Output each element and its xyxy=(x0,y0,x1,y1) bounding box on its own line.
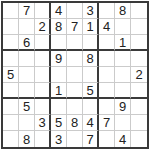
sudoku-cell[interactable] xyxy=(131,99,147,115)
sudoku-cell[interactable]: 4 xyxy=(115,131,131,147)
sudoku-cell[interactable] xyxy=(19,83,35,99)
sudoku-cell[interactable]: 9 xyxy=(51,51,67,67)
sudoku-cell[interactable]: 7 xyxy=(19,3,35,19)
sudoku-cell[interactable] xyxy=(115,115,131,131)
sudoku-cell[interactable] xyxy=(67,99,83,115)
sudoku-cell[interactable] xyxy=(3,115,19,131)
sudoku-cell[interactable] xyxy=(19,19,35,35)
sudoku-cell[interactable] xyxy=(115,19,131,35)
sudoku-cell[interactable]: 4 xyxy=(83,115,99,131)
sudoku-cell[interactable] xyxy=(35,131,51,147)
sudoku-cell[interactable] xyxy=(35,3,51,19)
sudoku-cell[interactable] xyxy=(3,51,19,67)
sudoku-cell[interactable]: 8 xyxy=(51,19,67,35)
sudoku-cell[interactable] xyxy=(35,83,51,99)
sudoku-cell[interactable]: 8 xyxy=(67,115,83,131)
sudoku-cell[interactable] xyxy=(83,99,99,115)
sudoku-cell[interactable]: 4 xyxy=(99,19,115,35)
sudoku-cell[interactable] xyxy=(51,99,67,115)
sudoku-cell[interactable] xyxy=(67,67,83,83)
sudoku-cell[interactable]: 7 xyxy=(83,131,99,147)
sudoku-cell[interactable]: 8 xyxy=(19,131,35,147)
sudoku-cell[interactable]: 8 xyxy=(115,3,131,19)
sudoku-cell[interactable] xyxy=(99,99,115,115)
sudoku-cell[interactable] xyxy=(35,35,51,51)
sudoku-cell[interactable]: 3 xyxy=(83,3,99,19)
sudoku-cell[interactable] xyxy=(131,131,147,147)
sudoku-cell[interactable]: 5 xyxy=(19,99,35,115)
sudoku-cell[interactable] xyxy=(67,51,83,67)
sudoku-cell[interactable] xyxy=(99,131,115,147)
sudoku-cell[interactable]: 5 xyxy=(3,67,19,83)
sudoku-cell[interactable] xyxy=(51,67,67,83)
sudoku-cell[interactable]: 2 xyxy=(35,19,51,35)
sudoku-cell[interactable] xyxy=(35,99,51,115)
sudoku-cell[interactable] xyxy=(67,3,83,19)
sudoku-cell[interactable]: 7 xyxy=(67,19,83,35)
sudoku-cell[interactable]: 1 xyxy=(115,35,131,51)
sudoku-cell[interactable] xyxy=(3,83,19,99)
sudoku-cell[interactable]: 1 xyxy=(51,83,67,99)
sudoku-cell[interactable] xyxy=(35,67,51,83)
sudoku-cell[interactable] xyxy=(83,67,99,83)
sudoku-cell[interactable] xyxy=(131,3,147,19)
sudoku-cell[interactable] xyxy=(51,35,67,51)
sudoku-cell[interactable] xyxy=(3,35,19,51)
sudoku-cell[interactable] xyxy=(131,115,147,131)
sudoku-cell[interactable]: 3 xyxy=(51,131,67,147)
sudoku-cell[interactable] xyxy=(115,83,131,99)
sudoku-cell[interactable] xyxy=(99,51,115,67)
sudoku-cell[interactable] xyxy=(99,67,115,83)
sudoku-cell[interactable] xyxy=(19,67,35,83)
sudoku-cell[interactable] xyxy=(99,3,115,19)
sudoku-cell[interactable] xyxy=(3,99,19,115)
sudoku-cell[interactable] xyxy=(115,67,131,83)
sudoku-cell[interactable] xyxy=(19,115,35,131)
sudoku-cell[interactable] xyxy=(99,35,115,51)
sudoku-cell[interactable] xyxy=(3,19,19,35)
sudoku-cell[interactable] xyxy=(3,3,19,19)
sudoku-cell[interactable]: 4 xyxy=(51,3,67,19)
sudoku-cell[interactable]: 2 xyxy=(131,67,147,83)
sudoku-board: 7438287146198521559358478374 xyxy=(1,1,149,149)
sudoku-cell[interactable]: 3 xyxy=(35,115,51,131)
sudoku-cell[interactable]: 7 xyxy=(99,115,115,131)
sudoku-cell[interactable]: 5 xyxy=(51,115,67,131)
sudoku-cell[interactable] xyxy=(83,35,99,51)
sudoku-cell[interactable]: 5 xyxy=(83,83,99,99)
sudoku-cell[interactable]: 1 xyxy=(83,19,99,35)
sudoku-cell[interactable] xyxy=(67,35,83,51)
sudoku-cell[interactable] xyxy=(115,51,131,67)
sudoku-cell[interactable] xyxy=(19,51,35,67)
sudoku-cell[interactable] xyxy=(131,35,147,51)
sudoku-cell[interactable] xyxy=(35,51,51,67)
sudoku-cell[interactable] xyxy=(67,83,83,99)
sudoku-cell[interactable] xyxy=(131,83,147,99)
sudoku-cell[interactable] xyxy=(3,131,19,147)
sudoku-cell[interactable] xyxy=(131,19,147,35)
sudoku-cell[interactable] xyxy=(99,83,115,99)
sudoku-cell[interactable]: 6 xyxy=(19,35,35,51)
sudoku-cell[interactable]: 8 xyxy=(83,51,99,67)
sudoku-cell[interactable] xyxy=(67,131,83,147)
sudoku-cell[interactable]: 9 xyxy=(115,99,131,115)
sudoku-cell[interactable] xyxy=(131,51,147,67)
